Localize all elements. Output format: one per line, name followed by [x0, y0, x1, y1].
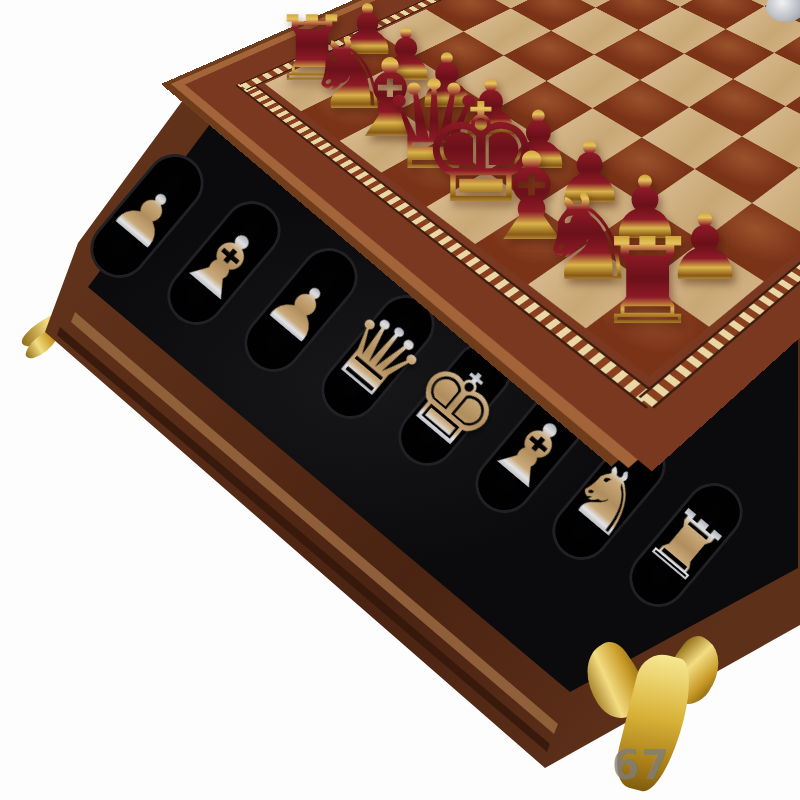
watermark: 67: [612, 742, 670, 788]
product-photo-scene: ♟♝♟♛♚♝♞♜ ♜♞♝♛♚♝♞♜♟♟♟♟♟♟♟♟ 67: [0, 0, 800, 800]
chess-piece-rook-red-gold[interactable]: ♜: [594, 223, 701, 342]
